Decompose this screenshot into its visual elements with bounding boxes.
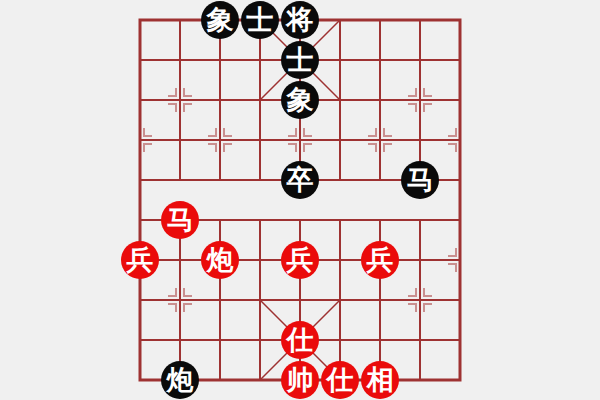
piece-red-soldier[interactable]: 兵 xyxy=(121,241,159,279)
piece-black-advisor[interactable]: 士 xyxy=(241,1,279,39)
piece-black-horse[interactable]: 马 xyxy=(401,161,439,199)
piece-red-soldier[interactable]: 兵 xyxy=(281,241,319,279)
piece-red-cannon[interactable]: 炮 xyxy=(201,241,239,279)
piece-black-elephant[interactable]: 象 xyxy=(201,1,239,39)
xiangqi-app-screen: 象士将士象卒马炮马兵炮兵兵仕帅仕相 xyxy=(0,0,600,400)
piece-black-advisor[interactable]: 士 xyxy=(281,41,319,79)
piece-red-horse[interactable]: 马 xyxy=(161,201,199,239)
piece-black-cannon[interactable]: 炮 xyxy=(161,361,199,399)
piece-red-general[interactable]: 帅 xyxy=(281,361,319,399)
piece-red-soldier[interactable]: 兵 xyxy=(361,241,399,279)
board-intersections[interactable]: 象士将士象卒马炮马兵炮兵兵仕帅仕相 xyxy=(120,0,480,400)
piece-black-elephant[interactable]: 象 xyxy=(281,81,319,119)
piece-red-advisor[interactable]: 仕 xyxy=(321,361,359,399)
piece-black-general[interactable]: 将 xyxy=(281,1,319,39)
piece-black-soldier[interactable]: 卒 xyxy=(281,161,319,199)
piece-red-elephant[interactable]: 相 xyxy=(361,361,399,399)
xiangqi-board: 象士将士象卒马炮马兵炮兵兵仕帅仕相 xyxy=(120,0,480,400)
piece-red-advisor[interactable]: 仕 xyxy=(281,321,319,359)
